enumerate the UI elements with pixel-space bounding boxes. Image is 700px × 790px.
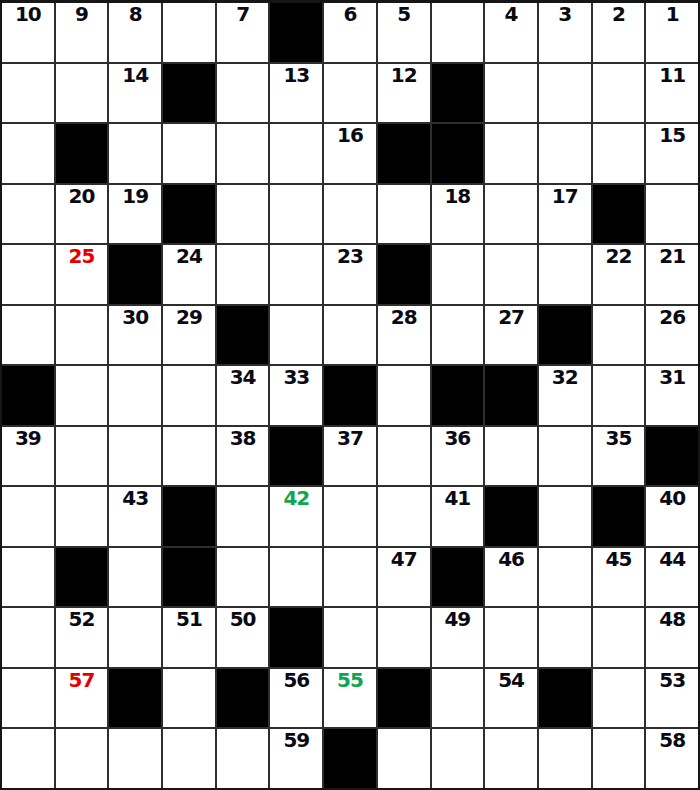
cell-r7c5[interactable]: 34 [217,366,269,425]
cell-r5c6[interactable] [270,245,322,304]
clue-number: 11 [646,65,698,85]
cell-r4c4-black [163,185,215,244]
clue-number: 54 [485,670,537,690]
cell-r9c3[interactable]: 43 [109,487,161,546]
cell-r2c9-black [432,64,484,123]
cell-r9c11[interactable] [539,487,591,546]
cell-r3c3[interactable] [109,124,161,183]
cell-r3c5[interactable] [217,124,269,183]
cell-r11c3[interactable] [109,608,161,667]
cell-r12c7[interactable]: 55 [324,669,376,728]
clue-number: 14 [109,65,161,85]
clue-number: 10 [2,4,54,24]
cell-r4c3[interactable]: 19 [109,185,161,244]
clue-number: 41 [432,488,484,508]
clue-number: 44 [646,549,698,569]
cell-r8c10[interactable] [485,427,537,486]
cell-r2c1[interactable] [2,64,54,123]
cell-r11c6-black [270,608,322,667]
cell-r9c5[interactable] [217,487,269,546]
cell-r4c13[interactable] [646,185,698,244]
clue-number: 56 [270,670,322,690]
clue-number: 7 [217,4,269,24]
cell-r8c6-black [270,427,322,486]
cell-r10c12[interactable]: 45 [593,548,645,607]
clue-number: 50 [217,609,269,629]
cell-r13c3[interactable] [109,729,161,788]
crossword-page: 1098765432114131211161520191817252423222… [0,0,700,790]
clue-number: 31 [646,367,698,387]
cell-r7c10-black [485,366,537,425]
clue-number: 30 [109,307,161,327]
cell-r11c11[interactable] [539,608,591,667]
cell-r13c7-black [324,729,376,788]
cell-r1c6-black [270,3,322,62]
cell-r10c5[interactable] [217,548,269,607]
clue-number: 34 [217,367,269,387]
cell-r13c13[interactable]: 58 [646,729,698,788]
cell-r4c1[interactable] [2,185,54,244]
clue-number: 39 [2,428,54,448]
cell-r11c5[interactable]: 50 [217,608,269,667]
cell-r8c1[interactable]: 39 [2,427,54,486]
cell-r1c8[interactable]: 5 [378,3,430,62]
clue-number: 35 [593,428,645,448]
cell-r12c5-black [217,669,269,728]
cell-r2c8[interactable]: 12 [378,64,430,123]
clue-number: 8 [109,4,161,24]
cell-r3c1[interactable] [2,124,54,183]
cell-r10c6[interactable] [270,548,322,607]
clue-number: 17 [539,186,591,206]
cell-r5c5[interactable] [217,245,269,304]
cell-r2c7[interactable] [324,64,376,123]
cell-r3c11[interactable] [539,124,591,183]
cell-r1c10[interactable]: 4 [485,3,537,62]
cell-r10c3[interactable] [109,548,161,607]
cell-r13c11[interactable] [539,729,591,788]
clue-number: 19 [109,186,161,206]
cell-r3c13[interactable]: 15 [646,124,698,183]
cell-r3c4[interactable] [163,124,215,183]
cell-r11c13[interactable]: 48 [646,608,698,667]
cell-r13c8[interactable] [378,729,430,788]
clue-number: 16 [324,125,376,145]
clue-number: 42 [270,488,322,508]
cell-r5c9[interactable] [432,245,484,304]
cell-r2c2[interactable] [56,64,108,123]
cell-r6c13[interactable]: 26 [646,306,698,365]
cell-r12c1[interactable] [2,669,54,728]
cell-r9c9[interactable]: 41 [432,487,484,546]
cell-r7c1-black [2,366,54,425]
cell-r12c12[interactable] [593,669,645,728]
clue-number: 18 [432,186,484,206]
cell-r5c10[interactable] [485,245,537,304]
clue-number: 45 [593,549,645,569]
cell-r1c3[interactable]: 8 [109,3,161,62]
cell-r4c7[interactable] [324,185,376,244]
cell-r6c1[interactable] [2,306,54,365]
cell-r5c2[interactable]: 25 [56,245,108,304]
cell-r8c9[interactable]: 36 [432,427,484,486]
cell-r13c4[interactable] [163,729,215,788]
cell-r3c9-black [432,124,484,183]
cell-r3c10[interactable] [485,124,537,183]
cell-r8c12[interactable]: 35 [593,427,645,486]
cell-r1c5[interactable]: 7 [217,3,269,62]
cell-r5c4[interactable]: 24 [163,245,215,304]
cell-r6c5-black [217,306,269,365]
clue-number: 1 [646,4,698,24]
clue-number: 36 [432,428,484,448]
cell-r6c8[interactable]: 28 [378,306,430,365]
clue-number: 48 [646,609,698,629]
clue-number: 53 [646,670,698,690]
cell-r5c12[interactable]: 22 [593,245,645,304]
clue-number: 49 [432,609,484,629]
cell-r11c9[interactable]: 49 [432,608,484,667]
cell-r13c9[interactable] [432,729,484,788]
cell-r12c13[interactable]: 53 [646,669,698,728]
cell-r12c9[interactable] [432,669,484,728]
cell-r12c8-black [378,669,430,728]
cell-r10c1[interactable] [2,548,54,607]
cell-r11c4[interactable]: 51 [163,608,215,667]
cell-r5c8-black [378,245,430,304]
clue-number: 37 [324,428,376,448]
cell-r13c6[interactable]: 59 [270,729,322,788]
cell-r6c2[interactable] [56,306,108,365]
cell-r13c10[interactable] [485,729,537,788]
clue-number: 58 [646,730,698,750]
clue-number: 6 [324,4,376,24]
clue-number: 26 [646,307,698,327]
clue-number: 15 [646,125,698,145]
cell-r6c9[interactable] [432,306,484,365]
cell-r10c10[interactable]: 46 [485,548,537,607]
clue-number: 43 [109,488,161,508]
cell-r8c2[interactable] [56,427,108,486]
clue-number: 4 [485,4,537,24]
cell-r10c4-black [163,548,215,607]
cell-r10c9-black [432,548,484,607]
cell-r12c3-black [109,669,161,728]
cell-r13c12[interactable] [593,729,645,788]
clue-number: 13 [270,65,322,85]
cell-r7c2[interactable] [56,366,108,425]
cell-r4c11[interactable]: 17 [539,185,591,244]
clue-number: 55 [324,670,376,690]
cell-r10c11[interactable] [539,548,591,607]
cell-r10c7[interactable] [324,548,376,607]
clue-number: 23 [324,246,376,266]
cell-r6c11-black [539,306,591,365]
cell-r6c10[interactable]: 27 [485,306,537,365]
cell-r9c7[interactable] [324,487,376,546]
cell-r8c8[interactable] [378,427,430,486]
cell-r7c6[interactable]: 33 [270,366,322,425]
cell-r10c2-black [56,548,108,607]
cell-r5c1[interactable] [2,245,54,304]
cell-r5c11[interactable] [539,245,591,304]
cell-r2c5[interactable] [217,64,269,123]
cell-r3c2-black [56,124,108,183]
clue-number: 2 [593,4,645,24]
clue-number: 51 [163,609,215,629]
cell-r2c10[interactable] [485,64,537,123]
cell-r13c1[interactable] [2,729,54,788]
cell-r2c12[interactable] [593,64,645,123]
cell-r11c7[interactable] [324,608,376,667]
cell-r11c12[interactable] [593,608,645,667]
cell-r12c11-black [539,669,591,728]
cell-r4c10[interactable] [485,185,537,244]
cell-r10c8[interactable]: 47 [378,548,430,607]
cell-r12c10[interactable]: 54 [485,669,537,728]
cell-r10c13[interactable]: 44 [646,548,698,607]
cell-r12c4[interactable] [163,669,215,728]
clue-number: 21 [646,246,698,266]
cell-r2c4-black [163,64,215,123]
cell-r7c4[interactable] [163,366,215,425]
cell-r9c6[interactable]: 42 [270,487,322,546]
clue-number: 28 [378,307,430,327]
cell-r11c10[interactable] [485,608,537,667]
cell-r7c11[interactable]: 32 [539,366,591,425]
cell-r7c9-black [432,366,484,425]
cell-r5c3-black [109,245,161,304]
clue-number: 22 [593,246,645,266]
cell-r7c8[interactable] [378,366,430,425]
cell-r3c6[interactable] [270,124,322,183]
cell-r2c6[interactable]: 13 [270,64,322,123]
cell-r1c12[interactable]: 2 [593,3,645,62]
cell-r8c3[interactable] [109,427,161,486]
cell-r5c7[interactable]: 23 [324,245,376,304]
clue-number: 33 [270,367,322,387]
cell-r4c2[interactable]: 20 [56,185,108,244]
cell-r1c4[interactable] [163,3,215,62]
clue-number: 5 [378,4,430,24]
cell-r2c11[interactable] [539,64,591,123]
cell-r1c13[interactable]: 1 [646,3,698,62]
cell-r4c9[interactable]: 18 [432,185,484,244]
cell-r6c12[interactable] [593,306,645,365]
clue-number: 59 [270,730,322,750]
clue-number: 52 [56,609,108,629]
cell-r11c2[interactable]: 52 [56,608,108,667]
cell-r1c9[interactable] [432,3,484,62]
cell-r7c13[interactable]: 31 [646,366,698,425]
cell-r9c13[interactable]: 40 [646,487,698,546]
clue-number: 24 [163,246,215,266]
cell-r4c6[interactable] [270,185,322,244]
cell-r12c2[interactable]: 57 [56,669,108,728]
cell-r9c10-black [485,487,537,546]
cell-r4c12-black [593,185,645,244]
clue-number: 25 [56,246,108,266]
cell-r9c8[interactable] [378,487,430,546]
clue-number: 46 [485,549,537,569]
cell-r8c11[interactable] [539,427,591,486]
cell-r8c4[interactable] [163,427,215,486]
cell-r9c1[interactable] [2,487,54,546]
cell-r1c1[interactable]: 10 [2,3,54,62]
cell-r9c4-black [163,487,215,546]
cell-r12c6[interactable]: 56 [270,669,322,728]
cell-r4c8[interactable] [378,185,430,244]
cell-r1c11[interactable]: 3 [539,3,591,62]
cell-r1c7[interactable]: 6 [324,3,376,62]
cell-r2c3[interactable]: 14 [109,64,161,123]
cell-r13c2[interactable] [56,729,108,788]
clue-number: 9 [56,4,108,24]
clue-number: 57 [56,670,108,690]
cell-r6c3[interactable]: 30 [109,306,161,365]
cell-r1c2[interactable]: 9 [56,3,108,62]
cell-r11c8[interactable] [378,608,430,667]
cell-r6c6[interactable] [270,306,322,365]
cell-r4c5[interactable] [217,185,269,244]
cell-r2c13[interactable]: 11 [646,64,698,123]
clue-number: 27 [485,307,537,327]
cell-r3c8-black [378,124,430,183]
cell-r6c4[interactable]: 29 [163,306,215,365]
clue-number: 29 [163,307,215,327]
cell-r9c12-black [593,487,645,546]
cell-r5c13[interactable]: 21 [646,245,698,304]
clue-number: 12 [378,65,430,85]
cell-r9c2[interactable] [56,487,108,546]
clue-number: 32 [539,367,591,387]
cell-r7c3[interactable] [109,366,161,425]
cell-r13c5[interactable] [217,729,269,788]
clue-number: 47 [378,549,430,569]
cell-r8c13-black [646,427,698,486]
clue-number: 38 [217,428,269,448]
cell-r7c7-black [324,366,376,425]
cell-r3c12[interactable] [593,124,645,183]
cell-r11c1[interactable] [2,608,54,667]
cell-r7c12[interactable] [593,366,645,425]
cell-r8c5[interactable]: 38 [217,427,269,486]
cell-r8c7[interactable]: 37 [324,427,376,486]
clue-number: 3 [539,4,591,24]
clue-number: 20 [56,186,108,206]
crossword-grid: 1098765432114131211161520191817252423222… [0,0,700,790]
cell-r6c7[interactable] [324,306,376,365]
cell-r3c7[interactable]: 16 [324,124,376,183]
clue-number: 40 [646,488,698,508]
